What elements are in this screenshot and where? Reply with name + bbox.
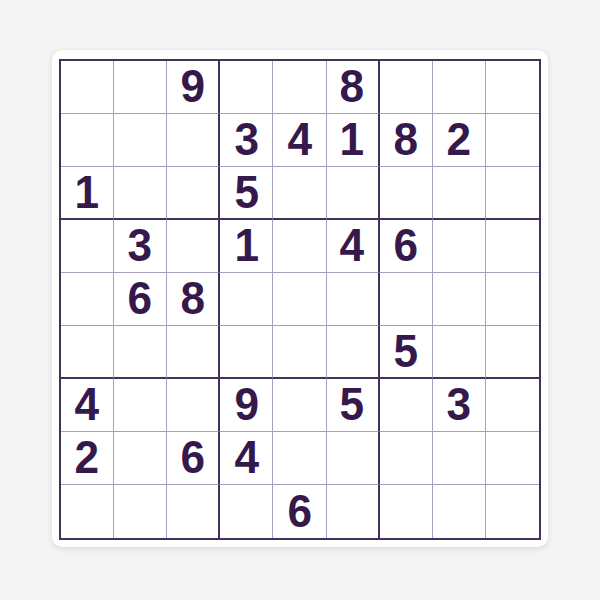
cell-r2c3[interactable] (167, 114, 220, 167)
cell-r7c7[interactable] (380, 379, 433, 432)
cell-r1c7[interactable] (380, 61, 433, 114)
cell-r2c2[interactable] (114, 114, 167, 167)
cell-r6c7[interactable]: 5 (380, 326, 433, 379)
cell-r1c3[interactable]: 9 (167, 61, 220, 114)
cell-r5c8[interactable] (433, 273, 486, 326)
cell-r6c2[interactable] (114, 326, 167, 379)
board-card: 983418215314668549532646 (52, 50, 548, 547)
cell-r7c5[interactable] (273, 379, 326, 432)
cell-r7c8[interactable]: 3 (433, 379, 486, 432)
given-digit: 9 (234, 381, 259, 427)
cell-r4c4[interactable]: 1 (220, 220, 273, 273)
cell-r2c8[interactable]: 2 (433, 114, 486, 167)
given-digit: 6 (128, 275, 153, 321)
cell-r4c6[interactable]: 4 (327, 220, 380, 273)
cell-r1c8[interactable] (433, 61, 486, 114)
cell-r8c3[interactable]: 6 (167, 432, 220, 485)
cell-r2c4[interactable]: 3 (220, 114, 273, 167)
cell-r3c6[interactable] (327, 167, 380, 220)
cell-r4c9[interactable] (486, 220, 539, 273)
cell-r8c6[interactable] (327, 432, 380, 485)
cell-r6c9[interactable] (486, 326, 539, 379)
cell-r3c1[interactable]: 1 (61, 167, 114, 220)
cell-r1c2[interactable] (114, 61, 167, 114)
cell-r7c2[interactable] (114, 379, 167, 432)
cell-r8c2[interactable] (114, 432, 167, 485)
cell-r2c9[interactable] (486, 114, 539, 167)
cell-r8c5[interactable] (273, 432, 326, 485)
given-digit: 4 (340, 222, 365, 268)
cell-r1c4[interactable] (220, 61, 273, 114)
given-digit: 1 (340, 116, 365, 162)
cell-r3c5[interactable] (273, 167, 326, 220)
given-digit: 3 (234, 116, 259, 162)
cell-r4c1[interactable] (61, 220, 114, 273)
cell-r4c8[interactable] (433, 220, 486, 273)
given-digit: 9 (180, 63, 205, 109)
cell-r9c9[interactable] (486, 485, 539, 538)
given-digit: 5 (340, 381, 365, 427)
cell-r5c4[interactable] (220, 273, 273, 326)
cell-r4c7[interactable]: 6 (380, 220, 433, 273)
cell-r5c9[interactable] (486, 273, 539, 326)
cell-r8c7[interactable] (380, 432, 433, 485)
given-digit: 6 (180, 434, 205, 480)
cell-r9c4[interactable] (220, 485, 273, 538)
cell-r1c9[interactable] (486, 61, 539, 114)
cell-r6c5[interactable] (273, 326, 326, 379)
cell-r8c4[interactable]: 4 (220, 432, 273, 485)
given-digit: 3 (128, 222, 153, 268)
cell-r6c1[interactable] (61, 326, 114, 379)
given-digit: 4 (287, 116, 312, 162)
cell-r2c7[interactable]: 8 (380, 114, 433, 167)
cell-r4c5[interactable] (273, 220, 326, 273)
cell-r1c6[interactable]: 8 (327, 61, 380, 114)
cell-r3c3[interactable] (167, 167, 220, 220)
cell-r6c6[interactable] (327, 326, 380, 379)
given-digit: 8 (180, 275, 205, 321)
cell-r9c1[interactable] (61, 485, 114, 538)
cell-r6c3[interactable] (167, 326, 220, 379)
cell-r5c6[interactable] (327, 273, 380, 326)
cell-r4c3[interactable] (167, 220, 220, 273)
cell-r7c3[interactable] (167, 379, 220, 432)
cell-r9c6[interactable] (327, 485, 380, 538)
cell-r5c3[interactable]: 8 (167, 273, 220, 326)
cell-r1c5[interactable] (273, 61, 326, 114)
given-digit: 5 (393, 328, 418, 374)
cell-r3c9[interactable] (486, 167, 539, 220)
cell-r7c1[interactable]: 4 (61, 379, 114, 432)
cell-r7c9[interactable] (486, 379, 539, 432)
page-background: 983418215314668549532646 (0, 0, 600, 600)
given-digit: 6 (393, 222, 418, 268)
cell-r9c7[interactable] (380, 485, 433, 538)
given-digit: 4 (75, 381, 100, 427)
given-digit: 3 (447, 381, 472, 427)
given-digit: 4 (234, 434, 259, 480)
given-digit: 8 (340, 63, 365, 109)
cell-r9c3[interactable] (167, 485, 220, 538)
cell-r8c8[interactable] (433, 432, 486, 485)
cell-r4c2[interactable]: 3 (114, 220, 167, 273)
cell-r6c4[interactable] (220, 326, 273, 379)
cell-r5c7[interactable] (380, 273, 433, 326)
cell-r6c8[interactable] (433, 326, 486, 379)
cell-r5c5[interactable] (273, 273, 326, 326)
given-digit: 2 (75, 434, 100, 480)
given-digit: 5 (234, 169, 259, 215)
cell-r3c7[interactable] (380, 167, 433, 220)
cell-r8c1[interactable]: 2 (61, 432, 114, 485)
cell-r2c1[interactable] (61, 114, 114, 167)
given-digit: 8 (393, 116, 418, 162)
cell-r5c1[interactable] (61, 273, 114, 326)
cell-r2c5[interactable]: 4 (273, 114, 326, 167)
cell-r1c1[interactable] (61, 61, 114, 114)
cell-r3c4[interactable]: 5 (220, 167, 273, 220)
cell-r2c6[interactable]: 1 (327, 114, 380, 167)
cell-r9c5[interactable]: 6 (273, 485, 326, 538)
given-digit: 2 (447, 116, 472, 162)
given-digit: 6 (287, 488, 312, 534)
cell-r5c2[interactable]: 6 (114, 273, 167, 326)
cell-r9c8[interactable] (433, 485, 486, 538)
cell-r3c8[interactable] (433, 167, 486, 220)
sudoku-board: 983418215314668549532646 (59, 59, 541, 540)
cell-r7c4[interactable]: 9 (220, 379, 273, 432)
given-digit: 1 (234, 222, 259, 268)
cell-r9c2[interactable] (114, 485, 167, 538)
given-digit: 1 (75, 169, 100, 215)
cell-r8c9[interactable] (486, 432, 539, 485)
cell-r7c6[interactable]: 5 (327, 379, 380, 432)
cell-r3c2[interactable] (114, 167, 167, 220)
